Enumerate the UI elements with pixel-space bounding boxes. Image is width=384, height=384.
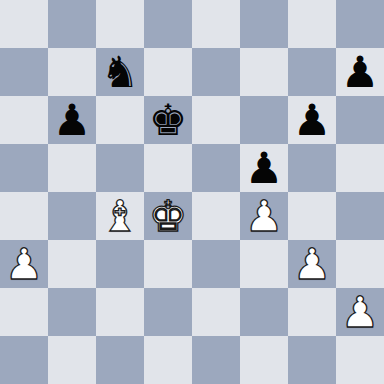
square-g1[interactable] bbox=[288, 336, 336, 384]
black-knight[interactable]: ♞ bbox=[101, 48, 140, 96]
square-a2[interactable] bbox=[0, 288, 48, 336]
square-b8[interactable] bbox=[48, 0, 96, 48]
square-c3[interactable] bbox=[96, 240, 144, 288]
square-b3[interactable] bbox=[48, 240, 96, 288]
square-a3[interactable]: ♟ bbox=[0, 240, 48, 288]
square-b6[interactable]: ♟ bbox=[48, 96, 96, 144]
square-c8[interactable] bbox=[96, 0, 144, 48]
square-b7[interactable] bbox=[48, 48, 96, 96]
square-f1[interactable] bbox=[240, 336, 288, 384]
square-a7[interactable] bbox=[0, 48, 48, 96]
square-h7[interactable]: ♟ bbox=[336, 48, 384, 96]
square-g4[interactable] bbox=[288, 192, 336, 240]
white-bishop[interactable]: ♝ bbox=[101, 192, 140, 240]
square-f2[interactable] bbox=[240, 288, 288, 336]
square-e7[interactable] bbox=[192, 48, 240, 96]
square-e6[interactable] bbox=[192, 96, 240, 144]
square-c7[interactable]: ♞ bbox=[96, 48, 144, 96]
square-c1[interactable] bbox=[96, 336, 144, 384]
square-e2[interactable] bbox=[192, 288, 240, 336]
square-d7[interactable] bbox=[144, 48, 192, 96]
square-c4[interactable]: ♝ bbox=[96, 192, 144, 240]
square-f6[interactable] bbox=[240, 96, 288, 144]
square-h5[interactable] bbox=[336, 144, 384, 192]
square-e1[interactable] bbox=[192, 336, 240, 384]
white-pawn[interactable]: ♟ bbox=[5, 240, 44, 288]
square-g5[interactable] bbox=[288, 144, 336, 192]
square-f5[interactable]: ♟ bbox=[240, 144, 288, 192]
square-e3[interactable] bbox=[192, 240, 240, 288]
square-h2[interactable]: ♟ bbox=[336, 288, 384, 336]
square-a8[interactable] bbox=[0, 0, 48, 48]
black-king[interactable]: ♚ bbox=[149, 96, 188, 144]
square-b4[interactable] bbox=[48, 192, 96, 240]
square-e8[interactable] bbox=[192, 0, 240, 48]
square-e5[interactable] bbox=[192, 144, 240, 192]
black-pawn[interactable]: ♟ bbox=[293, 96, 332, 144]
square-h1[interactable] bbox=[336, 336, 384, 384]
white-pawn[interactable]: ♟ bbox=[293, 240, 332, 288]
black-pawn[interactable]: ♟ bbox=[245, 144, 284, 192]
square-g8[interactable] bbox=[288, 0, 336, 48]
white-pawn[interactable]: ♟ bbox=[245, 192, 284, 240]
white-pawn[interactable]: ♟ bbox=[341, 288, 380, 336]
square-f7[interactable] bbox=[240, 48, 288, 96]
square-d4[interactable]: ♚ bbox=[144, 192, 192, 240]
square-h8[interactable] bbox=[336, 0, 384, 48]
square-d6[interactable]: ♚ bbox=[144, 96, 192, 144]
square-b5[interactable] bbox=[48, 144, 96, 192]
square-c5[interactable] bbox=[96, 144, 144, 192]
square-a6[interactable] bbox=[0, 96, 48, 144]
square-f4[interactable]: ♟ bbox=[240, 192, 288, 240]
square-d3[interactable] bbox=[144, 240, 192, 288]
black-pawn[interactable]: ♟ bbox=[341, 48, 380, 96]
square-d5[interactable] bbox=[144, 144, 192, 192]
square-g2[interactable] bbox=[288, 288, 336, 336]
square-d2[interactable] bbox=[144, 288, 192, 336]
square-d8[interactable] bbox=[144, 0, 192, 48]
square-g6[interactable]: ♟ bbox=[288, 96, 336, 144]
square-c6[interactable] bbox=[96, 96, 144, 144]
square-h6[interactable] bbox=[336, 96, 384, 144]
square-a5[interactable] bbox=[0, 144, 48, 192]
square-h4[interactable] bbox=[336, 192, 384, 240]
black-pawn[interactable]: ♟ bbox=[53, 96, 92, 144]
square-d1[interactable] bbox=[144, 336, 192, 384]
square-c2[interactable] bbox=[96, 288, 144, 336]
square-f8[interactable] bbox=[240, 0, 288, 48]
square-g3[interactable]: ♟ bbox=[288, 240, 336, 288]
square-f3[interactable] bbox=[240, 240, 288, 288]
white-king[interactable]: ♚ bbox=[149, 192, 188, 240]
square-b1[interactable] bbox=[48, 336, 96, 384]
square-b2[interactable] bbox=[48, 288, 96, 336]
chess-board: ♞ ♟ ♟ ♚ ♟ ♟ ♝ ♚ ♟ ♟ ♟ ♟ bbox=[0, 0, 384, 384]
square-a1[interactable] bbox=[0, 336, 48, 384]
square-e4[interactable] bbox=[192, 192, 240, 240]
square-h3[interactable] bbox=[336, 240, 384, 288]
square-g7[interactable] bbox=[288, 48, 336, 96]
square-a4[interactable] bbox=[0, 192, 48, 240]
